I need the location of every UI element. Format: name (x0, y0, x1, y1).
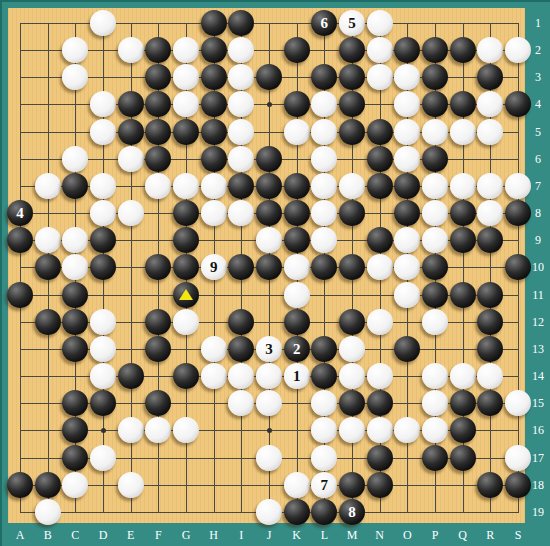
column-label-G: G (176, 528, 196, 543)
row-label-13: 13 (526, 342, 550, 357)
black-stone-Q16[interactable] (450, 417, 476, 443)
black-stone-L1[interactable]: 6 (311, 10, 337, 36)
white-stone-N1[interactable] (367, 10, 393, 36)
row-label-4: 4 (526, 97, 550, 112)
row-label-15: 15 (526, 396, 550, 411)
black-stone-K9[interactable] (284, 227, 310, 253)
row-label-5: 5 (526, 125, 550, 140)
black-stone-F6[interactable] (145, 146, 171, 172)
black-stone-E4[interactable] (118, 91, 144, 117)
white-stone-H8[interactable] (201, 200, 227, 226)
column-label-N: N (370, 528, 390, 543)
column-label-J: J (259, 528, 279, 543)
row-label-19: 19 (526, 505, 550, 520)
white-stone-P14[interactable] (422, 363, 448, 389)
black-stone-C12[interactable] (62, 309, 88, 335)
black-stone-K4[interactable] (284, 91, 310, 117)
black-stone-P2[interactable] (422, 37, 448, 63)
black-stone-N7[interactable] (367, 173, 393, 199)
black-stone-E14[interactable] (118, 363, 144, 389)
column-label-B: B (38, 528, 58, 543)
white-stone-H7[interactable] (201, 173, 227, 199)
black-stone-A11[interactable] (7, 282, 33, 308)
move-number-7: 7 (311, 472, 337, 498)
black-stone-M5[interactable] (339, 119, 365, 145)
white-stone-M1[interactable]: 5 (339, 10, 365, 36)
column-label-Q: Q (453, 528, 473, 543)
black-stone-K13[interactable]: 2 (284, 336, 310, 362)
column-label-H: H (204, 528, 224, 543)
black-stone-J7[interactable] (256, 173, 282, 199)
column-label-K: K (287, 528, 307, 543)
black-stone-F12[interactable] (145, 309, 171, 335)
black-stone-H1[interactable] (201, 10, 227, 36)
white-stone-L6[interactable] (311, 146, 337, 172)
column-label-R: R (480, 528, 500, 543)
white-stone-J13[interactable]: 3 (256, 336, 282, 362)
white-stone-D5[interactable] (90, 119, 116, 145)
white-stone-G2[interactable] (173, 37, 199, 63)
black-stone-H4[interactable] (201, 91, 227, 117)
black-stone-K8[interactable] (284, 200, 310, 226)
black-stone-N18[interactable] (367, 472, 393, 498)
black-stone-Q17[interactable] (450, 445, 476, 471)
white-stone-E8[interactable] (118, 200, 144, 226)
white-stone-I5[interactable] (228, 119, 254, 145)
black-stone-K12[interactable] (284, 309, 310, 335)
black-stone-H3[interactable] (201, 64, 227, 90)
row-label-10: 10 (526, 260, 550, 275)
black-stone-N5[interactable] (367, 119, 393, 145)
black-stone-R18[interactable] (477, 472, 503, 498)
white-stone-N12[interactable] (367, 309, 393, 335)
black-stone-K2[interactable] (284, 37, 310, 63)
white-stone-O6[interactable] (394, 146, 420, 172)
black-stone-N9[interactable] (367, 227, 393, 253)
column-label-D: D (93, 528, 113, 543)
black-stone-C17[interactable] (62, 445, 88, 471)
white-stone-P12[interactable] (422, 309, 448, 335)
move-number-9: 9 (201, 254, 227, 280)
column-label-P: P (425, 528, 445, 543)
white-stone-O5[interactable] (394, 119, 420, 145)
move-number-6: 6 (311, 10, 337, 36)
white-stone-E16[interactable] (118, 417, 144, 443)
white-stone-C6[interactable] (62, 146, 88, 172)
white-stone-K10[interactable] (284, 254, 310, 280)
white-stone-D8[interactable] (90, 200, 116, 226)
column-label-C: C (65, 528, 85, 543)
black-stone-G8[interactable] (173, 200, 199, 226)
black-stone-G11[interactable] (173, 282, 199, 308)
white-stone-N14[interactable] (367, 363, 393, 389)
column-label-E: E (121, 528, 141, 543)
black-stone-E5[interactable] (118, 119, 144, 145)
black-stone-G14[interactable] (173, 363, 199, 389)
white-stone-D1[interactable] (90, 10, 116, 36)
white-stone-M14[interactable] (339, 363, 365, 389)
column-label-O: O (397, 528, 417, 543)
black-stone-Q2[interactable] (450, 37, 476, 63)
white-stone-L5[interactable] (311, 119, 337, 145)
white-stone-N3[interactable] (367, 64, 393, 90)
white-stone-B19[interactable] (35, 499, 61, 525)
row-label-18: 18 (526, 478, 550, 493)
black-stone-M18[interactable] (339, 472, 365, 498)
white-stone-N10[interactable] (367, 254, 393, 280)
row-label-7: 7 (526, 179, 550, 194)
white-stone-C18[interactable] (62, 472, 88, 498)
grid-line-horizontal-18 (20, 485, 519, 486)
white-stone-D14[interactable] (90, 363, 116, 389)
white-stone-H13[interactable] (201, 336, 227, 362)
white-stone-D17[interactable] (90, 445, 116, 471)
white-stone-D12[interactable] (90, 309, 116, 335)
white-stone-Q14[interactable] (450, 363, 476, 389)
black-stone-B18[interactable] (35, 472, 61, 498)
white-stone-H14[interactable] (201, 363, 227, 389)
column-label-A: A (10, 528, 30, 543)
black-stone-Q15[interactable] (450, 390, 476, 416)
black-stone-Q8[interactable] (450, 200, 476, 226)
black-stone-J6[interactable] (256, 146, 282, 172)
row-label-1: 1 (526, 16, 550, 31)
black-stone-M8[interactable] (339, 200, 365, 226)
black-stone-R11[interactable] (477, 282, 503, 308)
white-stone-B7[interactable] (35, 173, 61, 199)
black-stone-M19[interactable]: 8 (339, 499, 365, 525)
white-stone-K14[interactable]: 1 (284, 363, 310, 389)
black-stone-Q11[interactable] (450, 282, 476, 308)
white-stone-I6[interactable] (228, 146, 254, 172)
column-label-S: S (508, 528, 528, 543)
black-stone-M2[interactable] (339, 37, 365, 63)
move-number-4: 4 (7, 200, 33, 226)
row-label-3: 3 (526, 70, 550, 85)
row-label-8: 8 (526, 206, 550, 221)
black-stone-H5[interactable] (201, 119, 227, 145)
white-stone-H10[interactable]: 9 (201, 254, 227, 280)
black-stone-M12[interactable] (339, 309, 365, 335)
black-stone-K19[interactable] (284, 499, 310, 525)
black-stone-Q9[interactable] (450, 227, 476, 253)
white-stone-M7[interactable] (339, 173, 365, 199)
white-stone-B9[interactable] (35, 227, 61, 253)
black-stone-P6[interactable] (422, 146, 448, 172)
white-stone-N2[interactable] (367, 37, 393, 63)
white-stone-J14[interactable] (256, 363, 282, 389)
white-stone-R5[interactable] (477, 119, 503, 145)
move-number-3: 3 (256, 336, 282, 362)
white-stone-G12[interactable] (173, 309, 199, 335)
move-number-5: 5 (339, 10, 365, 36)
column-label-M: M (342, 528, 362, 543)
move-number-8: 8 (339, 499, 365, 525)
white-stone-J19[interactable] (256, 499, 282, 525)
row-label-9: 9 (526, 233, 550, 248)
white-stone-E18[interactable] (118, 472, 144, 498)
black-stone-R12[interactable] (477, 309, 503, 335)
black-stone-A8[interactable]: 4 (7, 200, 33, 226)
white-stone-Q7[interactable] (450, 173, 476, 199)
white-stone-K5[interactable] (284, 119, 310, 145)
black-stone-B12[interactable] (35, 309, 61, 335)
white-stone-N16[interactable] (367, 417, 393, 443)
column-label-L: L (314, 528, 334, 543)
move-number-2: 2 (284, 336, 310, 362)
black-stone-K7[interactable] (284, 173, 310, 199)
white-stone-D13[interactable] (90, 336, 116, 362)
white-stone-L17[interactable] (311, 445, 337, 471)
black-stone-N6[interactable] (367, 146, 393, 172)
row-label-16: 16 (526, 423, 550, 438)
row-label-2: 2 (526, 43, 550, 58)
black-stone-I12[interactable] (228, 309, 254, 335)
black-stone-Q4[interactable] (450, 91, 476, 117)
black-stone-H2[interactable] (201, 37, 227, 63)
black-stone-A18[interactable] (7, 472, 33, 498)
black-stone-N15[interactable] (367, 390, 393, 416)
white-stone-E2[interactable] (118, 37, 144, 63)
white-stone-D7[interactable] (90, 173, 116, 199)
white-stone-K11[interactable] (284, 282, 310, 308)
black-stone-H6[interactable] (201, 146, 227, 172)
white-stone-G7[interactable] (173, 173, 199, 199)
row-label-6: 6 (526, 152, 550, 167)
white-stone-O11[interactable] (394, 282, 420, 308)
black-stone-J8[interactable] (256, 200, 282, 226)
white-stone-L18[interactable]: 7 (311, 472, 337, 498)
black-stone-C11[interactable] (62, 282, 88, 308)
white-stone-M13[interactable] (339, 336, 365, 362)
white-stone-E6[interactable] (118, 146, 144, 172)
white-stone-J17[interactable] (256, 445, 282, 471)
white-stone-P7[interactable] (422, 173, 448, 199)
black-stone-G5[interactable] (173, 119, 199, 145)
black-stone-P11[interactable] (422, 282, 448, 308)
row-label-11: 11 (526, 288, 550, 303)
column-label-F: F (148, 528, 168, 543)
black-stone-N17[interactable] (367, 445, 393, 471)
white-stone-P5[interactable] (422, 119, 448, 145)
white-stone-K18[interactable] (284, 472, 310, 498)
black-stone-P17[interactable] (422, 445, 448, 471)
row-label-17: 17 (526, 451, 550, 466)
go-game-screenshot: 654932178ABCDEFGHIJKLMNOPQRS123456789101… (0, 0, 550, 546)
row-label-14: 14 (526, 369, 550, 384)
column-label-I: I (231, 528, 251, 543)
white-stone-Q5[interactable] (450, 119, 476, 145)
move-number-1: 1 (284, 363, 310, 389)
triangle-marker-G11 (179, 289, 193, 300)
black-stone-B10[interactable] (35, 254, 61, 280)
row-label-12: 12 (526, 315, 550, 330)
black-stone-F5[interactable] (145, 119, 171, 145)
white-stone-P8[interactable] (422, 200, 448, 226)
